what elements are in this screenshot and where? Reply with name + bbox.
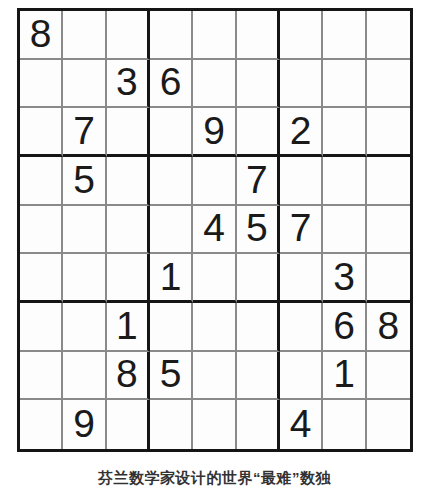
cell-r7c8[interactable]: 6 <box>323 303 366 352</box>
cell-r6c7[interactable] <box>280 254 323 303</box>
cell-r5c8[interactable] <box>323 206 366 255</box>
cell-r2c3[interactable]: 3 <box>107 60 150 109</box>
cell-r7c9[interactable]: 8 <box>367 303 410 352</box>
given-digit: 2 <box>290 111 312 150</box>
given-digit: 1 <box>116 306 138 345</box>
cell-r8c4[interactable]: 5 <box>150 352 193 401</box>
cell-r9c2[interactable]: 9 <box>63 400 106 449</box>
cell-r1c8[interactable] <box>323 11 366 60</box>
cell-r7c1[interactable] <box>20 303 63 352</box>
cell-r4c2[interactable]: 5 <box>63 157 106 206</box>
cell-r5c6[interactable]: 5 <box>237 206 280 255</box>
cell-r8c6[interactable] <box>237 352 280 401</box>
cell-r5c3[interactable] <box>107 206 150 255</box>
cell-r1c4[interactable] <box>150 11 193 60</box>
given-digit: 5 <box>246 208 268 247</box>
cell-r5c7[interactable]: 7 <box>280 206 323 255</box>
cell-r6c9[interactable] <box>367 254 410 303</box>
cell-r4c4[interactable] <box>150 157 193 206</box>
cell-r4c8[interactable] <box>323 157 366 206</box>
page: 836792574571316885194 芬兰数学家设计的世界“最难”数独 <box>0 0 429 501</box>
cell-r3c8[interactable] <box>323 108 366 157</box>
given-digit: 7 <box>246 160 268 199</box>
cell-r7c2[interactable] <box>63 303 106 352</box>
cell-r5c5[interactable]: 4 <box>193 206 236 255</box>
cell-r8c7[interactable] <box>280 352 323 401</box>
cell-r3c9[interactable] <box>367 108 410 157</box>
given-digit: 6 <box>333 306 355 345</box>
given-digit: 8 <box>377 306 399 345</box>
given-digit: 7 <box>290 208 312 247</box>
cell-r2c2[interactable] <box>63 60 106 109</box>
cell-r6c3[interactable] <box>107 254 150 303</box>
cell-r5c1[interactable] <box>20 206 63 255</box>
cell-r8c9[interactable] <box>367 352 410 401</box>
cell-r3c5[interactable]: 9 <box>193 108 236 157</box>
cell-r6c6[interactable] <box>237 254 280 303</box>
cell-r1c5[interactable] <box>193 11 236 60</box>
cell-r9c7[interactable]: 4 <box>280 400 323 449</box>
cell-r4c9[interactable] <box>367 157 410 206</box>
given-digit: 3 <box>333 257 355 296</box>
cell-r2c6[interactable] <box>237 60 280 109</box>
cell-r8c5[interactable] <box>193 352 236 401</box>
cell-r3c2[interactable]: 7 <box>63 108 106 157</box>
given-digit: 1 <box>160 257 182 296</box>
cell-r3c4[interactable] <box>150 108 193 157</box>
cell-r9c1[interactable] <box>20 400 63 449</box>
cell-r1c6[interactable] <box>237 11 280 60</box>
cell-r3c7[interactable]: 2 <box>280 108 323 157</box>
cell-r9c8[interactable] <box>323 400 366 449</box>
cell-r7c5[interactable] <box>193 303 236 352</box>
given-digit: 6 <box>160 62 182 101</box>
cell-r8c2[interactable] <box>63 352 106 401</box>
cell-r6c1[interactable] <box>20 254 63 303</box>
cell-r2c5[interactable] <box>193 60 236 109</box>
cell-r6c2[interactable] <box>63 254 106 303</box>
cell-r6c8[interactable]: 3 <box>323 254 366 303</box>
cell-r3c3[interactable] <box>107 108 150 157</box>
cell-r1c7[interactable] <box>280 11 323 60</box>
given-digit: 7 <box>73 111 95 150</box>
cell-r3c1[interactable] <box>20 108 63 157</box>
given-digit: 5 <box>160 354 182 393</box>
cell-r8c8[interactable]: 1 <box>323 352 366 401</box>
cell-r7c6[interactable] <box>237 303 280 352</box>
given-digit: 5 <box>73 160 95 199</box>
cell-r2c8[interactable] <box>323 60 366 109</box>
cell-r4c1[interactable] <box>20 157 63 206</box>
given-digit: 9 <box>73 404 95 443</box>
cell-r4c5[interactable] <box>193 157 236 206</box>
cell-r7c3[interactable]: 1 <box>107 303 150 352</box>
cell-r1c2[interactable] <box>63 11 106 60</box>
cell-r5c9[interactable] <box>367 206 410 255</box>
cell-r2c7[interactable] <box>280 60 323 109</box>
cell-r9c9[interactable] <box>367 400 410 449</box>
cell-r4c3[interactable] <box>107 157 150 206</box>
cell-r1c9[interactable] <box>367 11 410 60</box>
cell-r2c4[interactable]: 6 <box>150 60 193 109</box>
given-digit: 9 <box>203 111 225 150</box>
given-digit: 8 <box>116 354 138 393</box>
cell-r5c2[interactable] <box>63 206 106 255</box>
cell-r2c9[interactable] <box>367 60 410 109</box>
cell-r9c6[interactable] <box>237 400 280 449</box>
cell-r6c4[interactable]: 1 <box>150 254 193 303</box>
given-digit: 1 <box>333 354 355 393</box>
cell-r4c7[interactable] <box>280 157 323 206</box>
cell-r1c3[interactable] <box>107 11 150 60</box>
cell-r8c1[interactable] <box>20 352 63 401</box>
cell-r7c7[interactable] <box>280 303 323 352</box>
given-digit: 4 <box>290 404 312 443</box>
cell-r2c1[interactable] <box>20 60 63 109</box>
given-digit: 4 <box>203 208 225 247</box>
cell-r7c4[interactable] <box>150 303 193 352</box>
cell-r9c3[interactable] <box>107 400 150 449</box>
given-digit: 3 <box>116 62 138 101</box>
cell-r4c6[interactable]: 7 <box>237 157 280 206</box>
given-digit: 8 <box>30 14 52 53</box>
caption: 芬兰数学家设计的世界“最难”数独 <box>0 469 429 488</box>
sudoku-board: 836792574571316885194 <box>17 8 413 452</box>
cell-r9c5[interactable] <box>193 400 236 449</box>
cell-r9c4[interactable] <box>150 400 193 449</box>
cell-r5c4[interactable] <box>150 206 193 255</box>
cell-r6c5[interactable] <box>193 254 236 303</box>
cell-r8c3[interactable]: 8 <box>107 352 150 401</box>
cell-r3c6[interactable] <box>237 108 280 157</box>
cell-r1c1[interactable]: 8 <box>20 11 63 60</box>
